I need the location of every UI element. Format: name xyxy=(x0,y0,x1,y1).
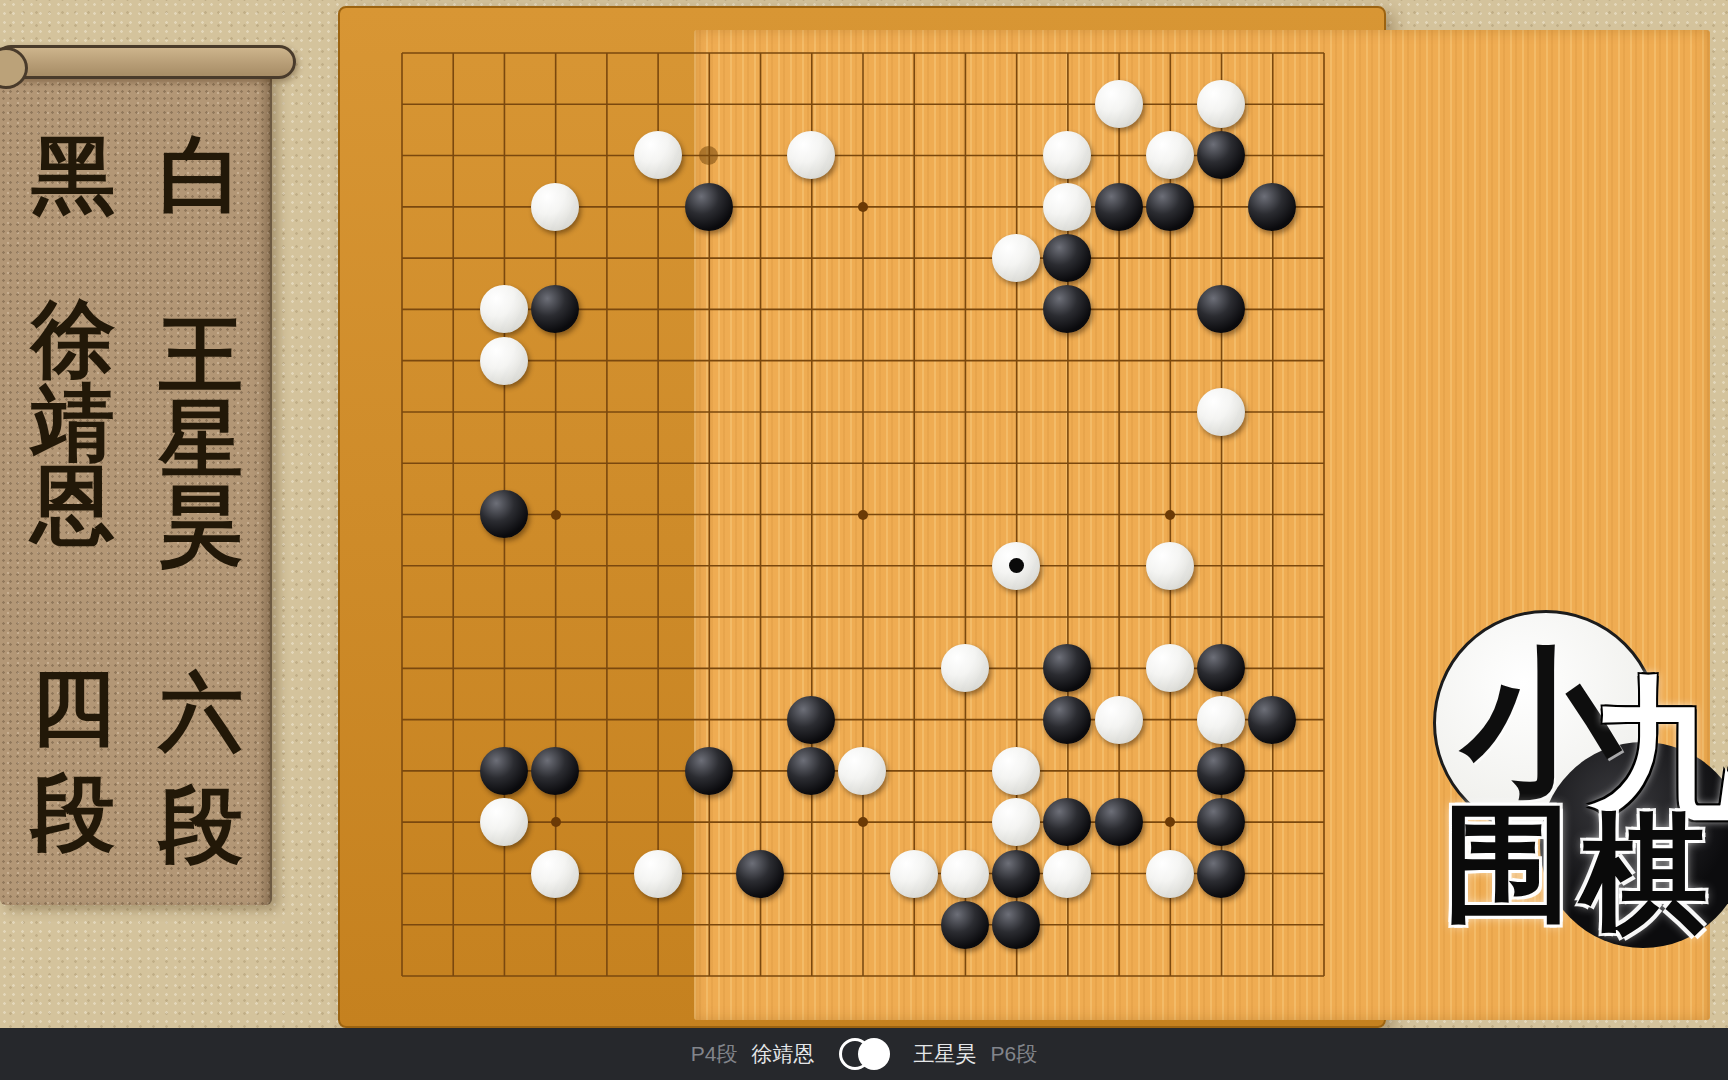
white-stone[interactable] xyxy=(1146,542,1194,590)
scroll-white-column-char: 白 xyxy=(153,128,249,224)
black-stone[interactable] xyxy=(1043,285,1091,333)
white-stone[interactable] xyxy=(480,337,528,385)
white-stone[interactable] xyxy=(1146,131,1194,179)
scroll-white-column-char: 六 xyxy=(153,665,249,761)
black-stone[interactable] xyxy=(1197,644,1245,692)
white-stone[interactable] xyxy=(531,850,579,898)
white-stone[interactable] xyxy=(890,850,938,898)
black-stone[interactable] xyxy=(736,850,784,898)
black-stone[interactable] xyxy=(685,747,733,795)
black-stone[interactable] xyxy=(1043,798,1091,846)
scroll-black-column-char: 恩 xyxy=(25,458,121,554)
white-stone[interactable] xyxy=(992,542,1040,590)
white-stone[interactable] xyxy=(1146,850,1194,898)
scroll-white-column-char: 星 xyxy=(153,392,249,488)
black-stone[interactable] xyxy=(480,490,528,538)
black-stone[interactable] xyxy=(992,850,1040,898)
white-stone[interactable] xyxy=(480,798,528,846)
black-stone[interactable] xyxy=(1197,285,1245,333)
player-info-bar: P4段 徐靖恩 王星昊 P6段 xyxy=(0,1028,1728,1080)
scroll-roller xyxy=(0,45,296,79)
scroll-black-column-char: 黑 xyxy=(25,128,121,224)
black-stone[interactable] xyxy=(1248,183,1296,231)
white-stone[interactable] xyxy=(634,131,682,179)
white-stone[interactable] xyxy=(1197,388,1245,436)
black-stone[interactable] xyxy=(1197,131,1245,179)
black-stone[interactable] xyxy=(1043,644,1091,692)
scroll-white-column-char: 昊 xyxy=(153,478,249,574)
white-stone[interactable] xyxy=(1043,850,1091,898)
black-stone[interactable] xyxy=(992,901,1040,949)
logo-char-qi: 棋 xyxy=(1580,788,1708,961)
white-stone[interactable] xyxy=(1197,80,1245,128)
white-stone[interactable] xyxy=(941,850,989,898)
white-stone[interactable] xyxy=(1043,183,1091,231)
white-stone[interactable] xyxy=(1146,644,1194,692)
black-stone[interactable] xyxy=(480,747,528,795)
annotation-dot-marker xyxy=(699,146,718,165)
black-stone[interactable] xyxy=(531,285,579,333)
white-stone[interactable] xyxy=(1197,696,1245,744)
black-white-stones-icon xyxy=(839,1038,890,1070)
white-stone[interactable] xyxy=(992,234,1040,282)
black-stone[interactable] xyxy=(787,696,835,744)
white-stone[interactable] xyxy=(838,747,886,795)
black-stone[interactable] xyxy=(1043,234,1091,282)
scroll-white-column-char: 段 xyxy=(153,778,249,874)
stones-grid[interactable] xyxy=(376,27,1349,1002)
black-player-name: 徐靖恩 xyxy=(752,1040,815,1068)
white-stone[interactable] xyxy=(992,798,1040,846)
white-player-rank: P6段 xyxy=(991,1040,1038,1068)
white-stone[interactable] xyxy=(634,850,682,898)
black-stone[interactable] xyxy=(1197,850,1245,898)
black-stone[interactable] xyxy=(1095,798,1143,846)
black-stone[interactable] xyxy=(1197,798,1245,846)
white-stone-icon xyxy=(858,1038,890,1070)
black-stone[interactable] xyxy=(531,747,579,795)
go-app-screen: { "game": "go", "app_logo_characters": [… xyxy=(0,0,1728,1080)
white-stone[interactable] xyxy=(992,747,1040,795)
black-stone[interactable] xyxy=(1197,747,1245,795)
black-stone[interactable] xyxy=(1248,696,1296,744)
scroll-black-column-char: 徐 xyxy=(25,292,121,388)
white-stone[interactable] xyxy=(787,131,835,179)
logo-char-wei: 围 xyxy=(1443,778,1571,951)
black-stone[interactable] xyxy=(685,183,733,231)
white-stone[interactable] xyxy=(1095,80,1143,128)
white-stone[interactable] xyxy=(1043,131,1091,179)
black-stone[interactable] xyxy=(1095,183,1143,231)
black-stone[interactable] xyxy=(1043,696,1091,744)
white-stone[interactable] xyxy=(1095,696,1143,744)
white-stone[interactable] xyxy=(480,285,528,333)
black-stone[interactable] xyxy=(787,747,835,795)
white-stone[interactable] xyxy=(941,644,989,692)
black-stone[interactable] xyxy=(1146,183,1194,231)
white-player-name: 王星昊 xyxy=(914,1040,977,1068)
black-player-rank: P4段 xyxy=(691,1040,738,1068)
scroll-white-column-char: 王 xyxy=(153,308,249,404)
scroll-black-column-char: 四 xyxy=(25,660,121,756)
black-stone[interactable] xyxy=(941,901,989,949)
scroll-black-column-char: 段 xyxy=(25,766,121,862)
white-stone[interactable] xyxy=(531,183,579,231)
